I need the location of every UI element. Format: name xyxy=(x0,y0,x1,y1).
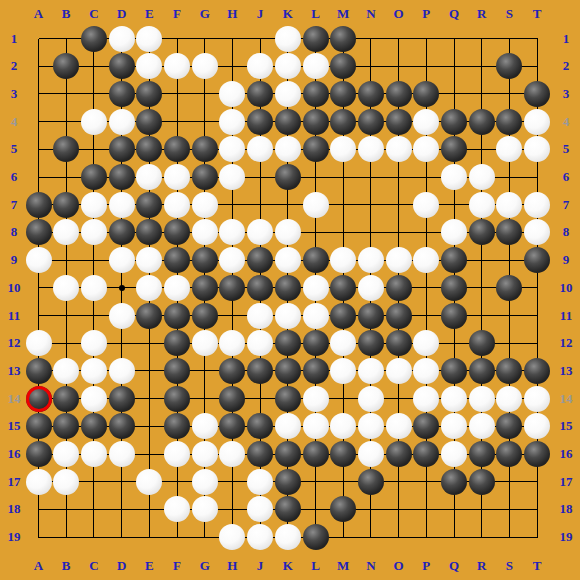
white-stone-C4[interactable] xyxy=(81,109,107,135)
black-stone-D8[interactable] xyxy=(109,219,135,245)
white-stone-C7[interactable] xyxy=(81,192,107,218)
white-stone-P4[interactable] xyxy=(413,109,439,135)
black-stone-T3[interactable] xyxy=(524,81,550,107)
white-stone-P9[interactable] xyxy=(413,247,439,273)
black-stone-P16[interactable] xyxy=(413,441,439,467)
black-stone-K12[interactable] xyxy=(275,330,301,356)
white-stone-N14[interactable] xyxy=(358,386,384,412)
black-stone-Q17[interactable] xyxy=(441,469,467,495)
black-stone-M10[interactable] xyxy=(330,275,356,301)
white-stone-K15[interactable] xyxy=(275,413,301,439)
white-stone-F7[interactable] xyxy=(164,192,190,218)
black-stone-E7[interactable] xyxy=(136,192,162,218)
black-stone-A8[interactable] xyxy=(26,219,52,245)
black-stone-L5[interactable] xyxy=(303,136,329,162)
row-label-left-15: 15 xyxy=(8,418,21,434)
black-stone-L12[interactable] xyxy=(303,330,329,356)
column-label-bottom-D: D xyxy=(117,558,126,574)
white-stone-N13[interactable] xyxy=(358,358,384,384)
black-stone-M11[interactable] xyxy=(330,303,356,329)
row-label-left-6: 6 xyxy=(11,169,18,185)
white-stone-E2[interactable] xyxy=(136,53,162,79)
black-stone-J9[interactable] xyxy=(247,247,273,273)
white-stone-S5[interactable] xyxy=(496,136,522,162)
white-stone-H12[interactable] xyxy=(219,330,245,356)
black-stone-R13[interactable] xyxy=(469,358,495,384)
column-label-top-L: L xyxy=(311,6,320,22)
white-stone-J19[interactable] xyxy=(247,524,273,550)
black-stone-D5[interactable] xyxy=(109,136,135,162)
black-stone-H13[interactable] xyxy=(219,358,245,384)
white-stone-D11[interactable] xyxy=(109,303,135,329)
black-stone-M1[interactable] xyxy=(330,26,356,52)
column-label-top-R: R xyxy=(477,6,486,22)
white-stone-H5[interactable] xyxy=(219,136,245,162)
white-stone-H6[interactable] xyxy=(219,164,245,190)
black-stone-F13[interactable] xyxy=(164,358,190,384)
row-label-left-12: 12 xyxy=(8,335,21,351)
white-stone-T7[interactable] xyxy=(524,192,550,218)
black-stone-L13[interactable] xyxy=(303,358,329,384)
column-label-bottom-T: T xyxy=(533,558,542,574)
white-stone-B13[interactable] xyxy=(53,358,79,384)
white-stone-G12[interactable] xyxy=(192,330,218,356)
black-stone-K13[interactable] xyxy=(275,358,301,384)
white-stone-G7[interactable] xyxy=(192,192,218,218)
white-stone-E6[interactable] xyxy=(136,164,162,190)
black-stone-R8[interactable] xyxy=(469,219,495,245)
black-stone-A13[interactable] xyxy=(26,358,52,384)
column-label-top-E: E xyxy=(145,6,154,22)
white-stone-K3[interactable] xyxy=(275,81,301,107)
black-stone-O3[interactable] xyxy=(386,81,412,107)
white-stone-T15[interactable] xyxy=(524,413,550,439)
black-stone-R4[interactable] xyxy=(469,109,495,135)
row-label-right-3: 3 xyxy=(563,86,570,102)
white-stone-K9[interactable] xyxy=(275,247,301,273)
column-label-top-N: N xyxy=(366,6,375,22)
white-stone-K19[interactable] xyxy=(275,524,301,550)
white-stone-K1[interactable] xyxy=(275,26,301,52)
black-stone-L1[interactable] xyxy=(303,26,329,52)
black-stone-S4[interactable] xyxy=(496,109,522,135)
white-stone-F6[interactable] xyxy=(164,164,190,190)
column-label-top-F: F xyxy=(173,6,181,22)
black-stone-E3[interactable] xyxy=(136,81,162,107)
white-stone-K2[interactable] xyxy=(275,53,301,79)
black-stone-K4[interactable] xyxy=(275,109,301,135)
column-label-bottom-A: A xyxy=(34,558,43,574)
white-stone-O13[interactable] xyxy=(386,358,412,384)
black-stone-D14[interactable] xyxy=(109,386,135,412)
column-label-top-C: C xyxy=(89,6,98,22)
white-stone-G16[interactable] xyxy=(192,441,218,467)
white-stone-C8[interactable] xyxy=(81,219,107,245)
black-stone-E5[interactable] xyxy=(136,136,162,162)
black-stone-C15[interactable] xyxy=(81,413,107,439)
white-stone-H8[interactable] xyxy=(219,219,245,245)
white-stone-S14[interactable] xyxy=(496,386,522,412)
black-stone-A7[interactable] xyxy=(26,192,52,218)
row-label-left-10: 10 xyxy=(8,280,21,296)
white-stone-C14[interactable] xyxy=(81,386,107,412)
white-stone-C12[interactable] xyxy=(81,330,107,356)
white-stone-N15[interactable] xyxy=(358,413,384,439)
white-stone-G15[interactable] xyxy=(192,413,218,439)
black-stone-R12[interactable] xyxy=(469,330,495,356)
white-stone-T8[interactable] xyxy=(524,219,550,245)
white-stone-K8[interactable] xyxy=(275,219,301,245)
black-stone-H15[interactable] xyxy=(219,413,245,439)
black-stone-M18[interactable] xyxy=(330,496,356,522)
white-stone-M15[interactable] xyxy=(330,413,356,439)
column-label-top-P: P xyxy=(422,6,430,22)
row-label-right-13: 13 xyxy=(560,363,573,379)
white-stone-Q14[interactable] xyxy=(441,386,467,412)
row-label-left-11: 11 xyxy=(8,308,20,324)
white-stone-D16[interactable] xyxy=(109,441,135,467)
row-label-left-2: 2 xyxy=(11,58,18,74)
white-stone-O9[interactable] xyxy=(386,247,412,273)
black-stone-B15[interactable] xyxy=(53,413,79,439)
black-stone-R17[interactable] xyxy=(469,469,495,495)
black-stone-E8[interactable] xyxy=(136,219,162,245)
row-label-right-6: 6 xyxy=(563,169,570,185)
column-label-bottom-G: G xyxy=(200,558,210,574)
column-label-bottom-F: F xyxy=(173,558,181,574)
row-label-left-9: 9 xyxy=(11,252,18,268)
black-stone-G6[interactable] xyxy=(192,164,218,190)
white-stone-L14[interactable] xyxy=(303,386,329,412)
white-stone-R7[interactable] xyxy=(469,192,495,218)
black-stone-R16[interactable] xyxy=(469,441,495,467)
black-stone-L9[interactable] xyxy=(303,247,329,273)
white-stone-O15[interactable] xyxy=(386,413,412,439)
black-stone-G9[interactable] xyxy=(192,247,218,273)
white-stone-B8[interactable] xyxy=(53,219,79,245)
white-stone-L2[interactable] xyxy=(303,53,329,79)
white-stone-Q6[interactable] xyxy=(441,164,467,190)
black-stone-L16[interactable] xyxy=(303,441,329,467)
black-stone-Q10[interactable] xyxy=(441,275,467,301)
black-stone-G5[interactable] xyxy=(192,136,218,162)
row-label-right-9: 9 xyxy=(563,252,570,268)
black-stone-S2[interactable] xyxy=(496,53,522,79)
column-label-bottom-J: J xyxy=(257,558,264,574)
white-stone-E1[interactable] xyxy=(136,26,162,52)
black-stone-N4[interactable] xyxy=(358,109,384,135)
column-label-top-A: A xyxy=(34,6,43,22)
white-stone-H16[interactable] xyxy=(219,441,245,467)
white-stone-E17[interactable] xyxy=(136,469,162,495)
black-stone-D2[interactable] xyxy=(109,53,135,79)
column-label-top-H: H xyxy=(227,6,237,22)
white-stone-O5[interactable] xyxy=(386,136,412,162)
white-stone-J17[interactable] xyxy=(247,469,273,495)
black-stone-H14[interactable] xyxy=(219,386,245,412)
white-stone-K11[interactable] xyxy=(275,303,301,329)
white-stone-P14[interactable] xyxy=(413,386,439,412)
black-stone-B2[interactable] xyxy=(53,53,79,79)
white-stone-Q8[interactable] xyxy=(441,219,467,245)
white-stone-A12[interactable] xyxy=(26,330,52,356)
black-stone-B14[interactable] xyxy=(53,386,79,412)
black-stone-J10[interactable] xyxy=(247,275,273,301)
black-stone-A16[interactable] xyxy=(26,441,52,467)
black-stone-F9[interactable] xyxy=(164,247,190,273)
white-stone-A17[interactable] xyxy=(26,469,52,495)
white-stone-K5[interactable] xyxy=(275,136,301,162)
white-stone-D9[interactable] xyxy=(109,247,135,273)
black-stone-L19[interactable] xyxy=(303,524,329,550)
column-label-top-S: S xyxy=(506,6,513,22)
black-stone-Q13[interactable] xyxy=(441,358,467,384)
white-stone-H3[interactable] xyxy=(219,81,245,107)
black-stone-T9[interactable] xyxy=(524,247,550,273)
white-stone-G2[interactable] xyxy=(192,53,218,79)
row-label-right-19: 19 xyxy=(560,529,573,545)
white-stone-D7[interactable] xyxy=(109,192,135,218)
black-stone-M3[interactable] xyxy=(330,81,356,107)
black-stone-O4[interactable] xyxy=(386,109,412,135)
black-stone-N3[interactable] xyxy=(358,81,384,107)
row-label-left-16: 16 xyxy=(8,446,21,462)
white-stone-E10[interactable] xyxy=(136,275,162,301)
white-stone-N10[interactable] xyxy=(358,275,384,301)
column-label-bottom-O: O xyxy=(394,558,404,574)
white-stone-G8[interactable] xyxy=(192,219,218,245)
row-label-left-5: 5 xyxy=(11,141,18,157)
white-stone-T14[interactable] xyxy=(524,386,550,412)
black-stone-E11[interactable] xyxy=(136,303,162,329)
black-stone-K6[interactable] xyxy=(275,164,301,190)
black-stone-D3[interactable] xyxy=(109,81,135,107)
black-stone-C1[interactable] xyxy=(81,26,107,52)
row-label-right-18: 18 xyxy=(560,501,573,517)
black-stone-O11[interactable] xyxy=(386,303,412,329)
white-stone-N9[interactable] xyxy=(358,247,384,273)
white-stone-D13[interactable] xyxy=(109,358,135,384)
white-stone-F18[interactable] xyxy=(164,496,190,522)
column-label-top-K: K xyxy=(283,6,293,22)
row-label-left-4: 4 xyxy=(11,114,18,130)
black-stone-K10[interactable] xyxy=(275,275,301,301)
black-stone-S15[interactable] xyxy=(496,413,522,439)
white-stone-M9[interactable] xyxy=(330,247,356,273)
column-label-bottom-M: M xyxy=(337,558,349,574)
black-stone-K18[interactable] xyxy=(275,496,301,522)
black-stone-T16[interactable] xyxy=(524,441,550,467)
black-stone-S13[interactable] xyxy=(496,358,522,384)
black-stone-O12[interactable] xyxy=(386,330,412,356)
white-stone-L7[interactable] xyxy=(303,192,329,218)
black-stone-H10[interactable] xyxy=(219,275,245,301)
white-stone-J12[interactable] xyxy=(247,330,273,356)
black-stone-G10[interactable] xyxy=(192,275,218,301)
black-stone-J4[interactable] xyxy=(247,109,273,135)
row-label-right-1: 1 xyxy=(563,31,570,47)
black-stone-M4[interactable] xyxy=(330,109,356,135)
row-label-left-3: 3 xyxy=(11,86,18,102)
row-label-right-2: 2 xyxy=(563,58,570,74)
black-stone-C6[interactable] xyxy=(81,164,107,190)
black-stone-L3[interactable] xyxy=(303,81,329,107)
white-stone-B17[interactable] xyxy=(53,469,79,495)
black-stone-F5[interactable] xyxy=(164,136,190,162)
white-stone-M12[interactable] xyxy=(330,330,356,356)
column-label-top-Q: Q xyxy=(449,6,459,22)
column-label-top-J: J xyxy=(257,6,264,22)
black-stone-Q5[interactable] xyxy=(441,136,467,162)
white-stone-R15[interactable] xyxy=(469,413,495,439)
row-label-left-17: 17 xyxy=(8,474,21,490)
column-label-bottom-Q: Q xyxy=(449,558,459,574)
white-stone-F2[interactable] xyxy=(164,53,190,79)
black-stone-P15[interactable] xyxy=(413,413,439,439)
white-stone-H19[interactable] xyxy=(219,524,245,550)
white-stone-P5[interactable] xyxy=(413,136,439,162)
row-label-left-14: 14 xyxy=(8,391,21,407)
row-label-right-11: 11 xyxy=(560,308,572,324)
black-stone-N17[interactable] xyxy=(358,469,384,495)
white-stone-C10[interactable] xyxy=(81,275,107,301)
black-stone-O10[interactable] xyxy=(386,275,412,301)
white-stone-L15[interactable] xyxy=(303,413,329,439)
row-label-right-12: 12 xyxy=(560,335,573,351)
black-stone-S10[interactable] xyxy=(496,275,522,301)
row-label-left-1: 1 xyxy=(11,31,18,47)
column-label-top-M: M xyxy=(337,6,349,22)
column-label-bottom-H: H xyxy=(227,558,237,574)
black-stone-K14[interactable] xyxy=(275,386,301,412)
black-stone-Q4[interactable] xyxy=(441,109,467,135)
white-stone-J2[interactable] xyxy=(247,53,273,79)
star-point-D10 xyxy=(119,285,125,291)
black-stone-F11[interactable] xyxy=(164,303,190,329)
black-stone-N12[interactable] xyxy=(358,330,384,356)
white-stone-E9[interactable] xyxy=(136,247,162,273)
white-stone-G18[interactable] xyxy=(192,496,218,522)
white-stone-J5[interactable] xyxy=(247,136,273,162)
black-stone-L4[interactable] xyxy=(303,109,329,135)
black-stone-F15[interactable] xyxy=(164,413,190,439)
white-stone-L10[interactable] xyxy=(303,275,329,301)
white-stone-P13[interactable] xyxy=(413,358,439,384)
black-stone-K17[interactable] xyxy=(275,469,301,495)
column-label-bottom-R: R xyxy=(477,558,486,574)
white-stone-B16[interactable] xyxy=(53,441,79,467)
white-stone-P12[interactable] xyxy=(413,330,439,356)
black-stone-N11[interactable] xyxy=(358,303,384,329)
white-stone-P7[interactable] xyxy=(413,192,439,218)
black-stone-D6[interactable] xyxy=(109,164,135,190)
white-stone-D4[interactable] xyxy=(109,109,135,135)
white-stone-J18[interactable] xyxy=(247,496,273,522)
row-label-right-7: 7 xyxy=(563,197,570,213)
white-stone-F10[interactable] xyxy=(164,275,190,301)
white-stone-M13[interactable] xyxy=(330,358,356,384)
go-board-screen: AABBCCDDEEFFGGHHJJKKLLMMNNOOPPQQRRSSTT11… xyxy=(0,0,580,580)
white-stone-C13[interactable] xyxy=(81,358,107,384)
white-stone-F16[interactable] xyxy=(164,441,190,467)
white-stone-T5[interactable] xyxy=(524,136,550,162)
white-stone-N16[interactable] xyxy=(358,441,384,467)
column-label-top-D: D xyxy=(117,6,126,22)
column-label-bottom-P: P xyxy=(422,558,430,574)
black-stone-T13[interactable] xyxy=(524,358,550,384)
white-stone-T4[interactable] xyxy=(524,109,550,135)
white-stone-J11[interactable] xyxy=(247,303,273,329)
column-label-bottom-N: N xyxy=(366,558,375,574)
white-stone-M5[interactable] xyxy=(330,136,356,162)
white-stone-N5[interactable] xyxy=(358,136,384,162)
white-stone-H4[interactable] xyxy=(219,109,245,135)
column-label-bottom-K: K xyxy=(283,558,293,574)
white-stone-Q16[interactable] xyxy=(441,441,467,467)
white-stone-H9[interactable] xyxy=(219,247,245,273)
black-stone-O16[interactable] xyxy=(386,441,412,467)
column-label-bottom-E: E xyxy=(145,558,154,574)
white-stone-G17[interactable] xyxy=(192,469,218,495)
black-stone-K16[interactable] xyxy=(275,441,301,467)
black-stone-J16[interactable] xyxy=(247,441,273,467)
white-stone-Q15[interactable] xyxy=(441,413,467,439)
black-stone-F14[interactable] xyxy=(164,386,190,412)
black-stone-S16[interactable] xyxy=(496,441,522,467)
black-stone-J15[interactable] xyxy=(247,413,273,439)
black-stone-J13[interactable] xyxy=(247,358,273,384)
column-label-top-T: T xyxy=(533,6,542,22)
row-label-left-19: 19 xyxy=(8,529,21,545)
row-label-right-16: 16 xyxy=(560,446,573,462)
column-label-top-O: O xyxy=(394,6,404,22)
row-label-right-10: 10 xyxy=(560,280,573,296)
black-stone-A15[interactable] xyxy=(26,413,52,439)
black-stone-S8[interactable] xyxy=(496,219,522,245)
white-stone-A9[interactable] xyxy=(26,247,52,273)
row-label-right-4: 4 xyxy=(563,114,570,130)
black-stone-B7[interactable] xyxy=(53,192,79,218)
black-stone-M2[interactable] xyxy=(330,53,356,79)
white-stone-D1[interactable] xyxy=(109,26,135,52)
white-stone-L11[interactable] xyxy=(303,303,329,329)
row-label-right-14: 14 xyxy=(560,391,573,407)
row-label-left-13: 13 xyxy=(8,363,21,379)
row-label-left-8: 8 xyxy=(11,224,18,240)
white-stone-B10[interactable] xyxy=(53,275,79,301)
black-stone-M16[interactable] xyxy=(330,441,356,467)
black-stone-Q9[interactable] xyxy=(441,247,467,273)
black-stone-F12[interactable] xyxy=(164,330,190,356)
column-label-bottom-L: L xyxy=(311,558,320,574)
black-stone-D15[interactable] xyxy=(109,413,135,439)
row-label-right-5: 5 xyxy=(563,141,570,157)
black-stone-E4[interactable] xyxy=(136,109,162,135)
black-stone-Q11[interactable] xyxy=(441,303,467,329)
row-label-right-15: 15 xyxy=(560,418,573,434)
white-stone-R6[interactable] xyxy=(469,164,495,190)
black-stone-P3[interactable] xyxy=(413,81,439,107)
white-stone-C16[interactable] xyxy=(81,441,107,467)
white-stone-S7[interactable] xyxy=(496,192,522,218)
black-stone-B5[interactable] xyxy=(53,136,79,162)
black-stone-J3[interactable] xyxy=(247,81,273,107)
white-stone-J8[interactable] xyxy=(247,219,273,245)
white-stone-R14[interactable] xyxy=(469,386,495,412)
column-label-bottom-S: S xyxy=(506,558,513,574)
black-stone-G11[interactable] xyxy=(192,303,218,329)
black-stone-F8[interactable] xyxy=(164,219,190,245)
